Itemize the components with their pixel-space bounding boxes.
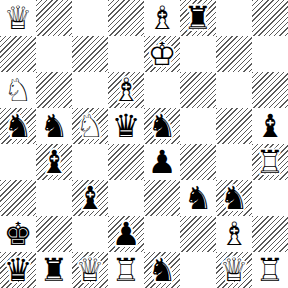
square-g2[interactable]: ♝♗: [216, 216, 252, 252]
black-knight-glyph: ♞: [144, 252, 180, 288]
square-g8[interactable]: [216, 0, 252, 36]
black-rook[interactable]: ♜: [180, 0, 216, 36]
black-queen-glyph: ♛: [0, 252, 36, 288]
black-knight-glyph: ♞: [180, 180, 216, 216]
square-e6[interactable]: [144, 72, 180, 108]
square-d4[interactable]: [108, 144, 144, 180]
square-a6[interactable]: ♞♘: [0, 72, 36, 108]
black-knight[interactable]: ♞: [180, 180, 216, 216]
square-g1[interactable]: ♛♕: [216, 252, 252, 288]
square-f3[interactable]: ♞: [180, 180, 216, 216]
white-queen[interactable]: ♛♕: [72, 252, 108, 288]
square-e5[interactable]: ♞: [144, 108, 180, 144]
square-d6[interactable]: ♝♗: [108, 72, 144, 108]
square-f7[interactable]: [180, 36, 216, 72]
square-f4[interactable]: [180, 144, 216, 180]
white-bishop-outline-glyph: ♗: [108, 72, 144, 108]
black-pawn-glyph: ♟: [144, 144, 180, 180]
white-knight[interactable]: ♞♘: [0, 72, 36, 108]
square-b8[interactable]: [36, 0, 72, 36]
square-c4[interactable]: [72, 144, 108, 180]
black-knight-glyph: ♞: [36, 108, 72, 144]
square-c6[interactable]: [72, 72, 108, 108]
square-a8[interactable]: ♛♕: [0, 0, 36, 36]
black-queen[interactable]: ♛: [108, 108, 144, 144]
white-queen-outline-glyph: ♕: [0, 0, 36, 36]
white-rook[interactable]: ♜♖: [252, 144, 288, 180]
black-pawn-glyph: ♟: [108, 216, 144, 252]
black-king-glyph: ♚: [0, 216, 36, 252]
square-d1[interactable]: ♜♖: [108, 252, 144, 288]
white-knight-outline-glyph: ♘: [72, 108, 108, 144]
square-e8[interactable]: ♝♗: [144, 0, 180, 36]
black-knight[interactable]: ♞: [216, 180, 252, 216]
white-queen[interactable]: ♛♕: [0, 0, 36, 36]
white-bishop-outline-glyph: ♗: [216, 216, 252, 252]
white-bishop[interactable]: ♝♗: [144, 0, 180, 36]
square-f8[interactable]: ♜: [180, 0, 216, 36]
white-bishop[interactable]: ♝♗: [108, 72, 144, 108]
square-a1[interactable]: ♛: [0, 252, 36, 288]
black-bishop-glyph: ♝: [252, 108, 288, 144]
square-g7[interactable]: [216, 36, 252, 72]
square-e7[interactable]: ♚♔: [144, 36, 180, 72]
square-h2[interactable]: [252, 216, 288, 252]
square-e1[interactable]: ♞: [144, 252, 180, 288]
square-c2[interactable]: [72, 216, 108, 252]
square-c8[interactable]: [72, 0, 108, 36]
black-bishop-glyph: ♝: [36, 144, 72, 180]
white-queen-outline-glyph: ♕: [72, 252, 108, 288]
white-king-outline-glyph: ♔: [144, 36, 180, 72]
black-knight-glyph: ♞: [216, 180, 252, 216]
black-knight[interactable]: ♞: [36, 108, 72, 144]
black-bishop[interactable]: ♝: [72, 180, 108, 216]
square-c7[interactable]: [72, 36, 108, 72]
square-b7[interactable]: [36, 36, 72, 72]
square-e4[interactable]: ♟: [144, 144, 180, 180]
white-king[interactable]: ♚♔: [144, 36, 180, 72]
white-bishop[interactable]: ♝♗: [216, 216, 252, 252]
square-a7[interactable]: [0, 36, 36, 72]
square-h7[interactable]: [252, 36, 288, 72]
white-knight[interactable]: ♞♘: [72, 108, 108, 144]
square-h4[interactable]: ♜♖: [252, 144, 288, 180]
black-knight-glyph: ♞: [144, 108, 180, 144]
square-f6[interactable]: [180, 72, 216, 108]
white-rook-outline-glyph: ♖: [252, 144, 288, 180]
square-f1[interactable]: [180, 252, 216, 288]
square-d2[interactable]: ♟: [108, 216, 144, 252]
square-a4[interactable]: [0, 144, 36, 180]
black-queen-glyph: ♛: [108, 108, 144, 144]
black-queen[interactable]: ♛: [0, 252, 36, 288]
square-b4[interactable]: ♝: [36, 144, 72, 180]
black-rook-glyph: ♜: [180, 0, 216, 36]
white-rook-outline-glyph: ♖: [252, 252, 288, 288]
black-knight[interactable]: ♞: [144, 108, 180, 144]
black-knight-glyph: ♞: [0, 108, 36, 144]
square-e3[interactable]: [144, 180, 180, 216]
square-b1[interactable]: ♜: [36, 252, 72, 288]
square-c3[interactable]: ♝: [72, 180, 108, 216]
square-b2[interactable]: [36, 216, 72, 252]
black-knight[interactable]: ♞: [144, 252, 180, 288]
black-pawn[interactable]: ♟: [144, 144, 180, 180]
square-d7[interactable]: [108, 36, 144, 72]
square-h5[interactable]: ♝: [252, 108, 288, 144]
white-rook-outline-glyph: ♖: [108, 252, 144, 288]
square-e2[interactable]: [144, 216, 180, 252]
black-rook-glyph: ♜: [36, 252, 72, 288]
white-queen-outline-glyph: ♕: [216, 252, 252, 288]
black-bishop[interactable]: ♝: [252, 108, 288, 144]
chess-board: ♛♕♝♗♜♚♔♞♘♝♗♞♞♞♘♛♞♝♝♟♜♖♝♞♞♚♟♝♗♛♜♛♕♜♖♞♛♕♜♖: [0, 0, 288, 288]
square-c1[interactable]: ♛♕: [72, 252, 108, 288]
square-c5[interactable]: ♞♘: [72, 108, 108, 144]
square-h1[interactable]: ♜♖: [252, 252, 288, 288]
square-d8[interactable]: [108, 0, 144, 36]
square-g5[interactable]: [216, 108, 252, 144]
black-rook[interactable]: ♜: [36, 252, 72, 288]
square-b3[interactable]: [36, 180, 72, 216]
square-b5[interactable]: ♞: [36, 108, 72, 144]
square-h8[interactable]: [252, 0, 288, 36]
square-d3[interactable]: [108, 180, 144, 216]
square-h6[interactable]: [252, 72, 288, 108]
square-g3[interactable]: ♞: [216, 180, 252, 216]
square-h3[interactable]: [252, 180, 288, 216]
square-a3[interactable]: [0, 180, 36, 216]
white-rook[interactable]: ♜♖: [252, 252, 288, 288]
square-g6[interactable]: [216, 72, 252, 108]
white-queen[interactable]: ♛♕: [216, 252, 252, 288]
square-a2[interactable]: ♚: [0, 216, 36, 252]
square-d5[interactable]: ♛: [108, 108, 144, 144]
white-knight-outline-glyph: ♘: [0, 72, 36, 108]
square-g4[interactable]: [216, 144, 252, 180]
black-bishop-glyph: ♝: [72, 180, 108, 216]
black-pawn[interactable]: ♟: [108, 216, 144, 252]
black-king[interactable]: ♚: [0, 216, 36, 252]
white-bishop-outline-glyph: ♗: [144, 0, 180, 36]
white-rook[interactable]: ♜♖: [108, 252, 144, 288]
square-f2[interactable]: [180, 216, 216, 252]
black-knight[interactable]: ♞: [0, 108, 36, 144]
black-bishop[interactable]: ♝: [36, 144, 72, 180]
square-a5[interactable]: ♞: [0, 108, 36, 144]
square-b6[interactable]: [36, 72, 72, 108]
square-f5[interactable]: [180, 108, 216, 144]
